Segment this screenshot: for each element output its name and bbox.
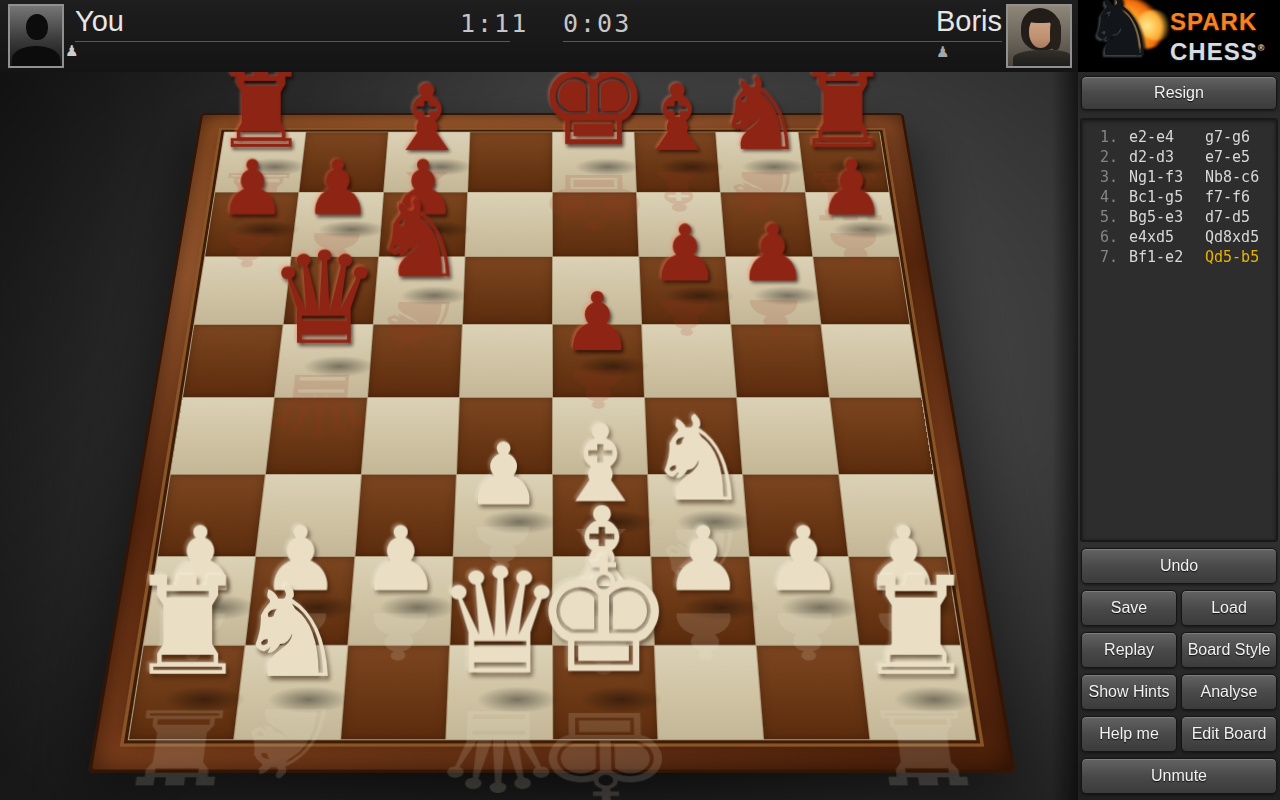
square-h7[interactable]: ♟♟ <box>805 193 898 256</box>
square-g8[interactable]: ♞♞ <box>716 132 804 192</box>
piece-white-pawn[interactable]: ♟ <box>663 514 743 603</box>
piece-red-knight[interactable]: ♞ <box>372 186 468 293</box>
move-number: 4. <box>1094 187 1118 207</box>
player-divider-left <box>75 41 510 42</box>
move-number: 5. <box>1094 207 1118 227</box>
move-list: 1.e2-e4g7-g62.d2-d3e7-e53.Ng1-f3Nb8-c64.… <box>1080 118 1278 542</box>
square-d6[interactable] <box>463 257 552 324</box>
chess-board[interactable]: ♜♜♝♝♚♚♝♝♞♞♜♜♟♟♟♟♟♟♟♟♞♞♟♟♟♟♛♛♟♟♟♟♝♝♞♞♟♟♟♟… <box>128 132 977 741</box>
sidebar: ♞ SPARK CHESS® Resign 1.e2-e4g7-g62.d2-d… <box>1078 0 1280 800</box>
square-e5[interactable]: ♟♟ <box>552 325 643 397</box>
white-move: e2-e4 <box>1129 127 1205 147</box>
piece-reflection: ♛ <box>256 362 381 447</box>
black-move: Nb8-c6 <box>1205 167 1259 187</box>
square-a1[interactable]: ♜♜ <box>129 645 245 739</box>
black-move: f7-f6 <box>1205 187 1250 207</box>
square-h5[interactable] <box>821 325 921 397</box>
move-number: 3. <box>1094 167 1118 187</box>
square-h1[interactable]: ♜♜ <box>859 645 975 739</box>
player-clock-boris: 0:03 <box>563 9 631 38</box>
move-row: 7.Bf1-e2Qd5-b5 <box>1094 247 1276 267</box>
square-f6[interactable]: ♟♟ <box>639 257 730 324</box>
help-me-button[interactable]: Help me <box>1081 716 1177 752</box>
square-g2[interactable]: ♟♟ <box>750 557 858 644</box>
piece-red-pawn[interactable]: ♟ <box>649 214 719 292</box>
piece-reflection: ♞ <box>223 695 348 791</box>
move-number: 1. <box>1094 127 1118 147</box>
move-row: 5.Bg5-e3d7-d5 <box>1094 207 1276 227</box>
move-number: 7. <box>1094 247 1118 267</box>
white-move: Bc1-g5 <box>1129 187 1205 207</box>
boris-hair-side <box>1050 18 1061 50</box>
knight-horse-icon: ♞ <box>1084 0 1158 68</box>
black-move: Qd8xd5 <box>1205 227 1259 247</box>
square-b1[interactable]: ♞♞ <box>235 645 347 739</box>
piece-red-queen[interactable]: ♛ <box>267 235 382 363</box>
piece-reflection: ♟ <box>763 603 850 667</box>
black-move: Qd5-b5 <box>1205 247 1259 267</box>
piece-reflection: ♚ <box>532 695 680 800</box>
square-d5[interactable] <box>460 325 551 397</box>
top-bar: You ♟ 1:11 0:03 ♟ Boris <box>0 0 1078 72</box>
unmute-button[interactable]: Unmute <box>1081 758 1277 794</box>
piece-white-knight[interactable]: ♞ <box>235 569 348 695</box>
white-pawn-icon: ♟ <box>65 44 78 59</box>
piece-white-pawn[interactable]: ♟ <box>763 514 843 603</box>
white-move: Ng1-f3 <box>1129 167 1205 187</box>
piece-white-rook[interactable]: ♜ <box>856 560 977 695</box>
registered-mark: ® <box>1258 43 1265 53</box>
load-button[interactable]: Load <box>1181 590 1277 626</box>
replay-button[interactable]: Replay <box>1081 632 1177 668</box>
square-e8[interactable]: ♚♚ <box>552 132 635 192</box>
analyse-button[interactable]: Analyse <box>1181 674 1277 710</box>
move-row: 2.d2-d3e7-e5 <box>1094 147 1276 167</box>
boris-shoulders <box>1013 50 1071 68</box>
white-move: d2-d3 <box>1129 147 1205 167</box>
brand-chess: CHESS® <box>1170 35 1264 65</box>
piece-white-pawn[interactable]: ♟ <box>361 514 441 603</box>
boris-pawn-icon: ♟ <box>936 45 949 60</box>
edit-board-button[interactable]: Edit Board <box>1181 716 1277 752</box>
piece-reflection: ♜ <box>856 695 994 798</box>
square-g4[interactable] <box>737 397 837 473</box>
square-b5[interactable]: ♛♛ <box>275 325 372 397</box>
brand-text: SPARK CHESS® <box>1170 9 1264 65</box>
board-style-button[interactable]: Board Style <box>1181 632 1277 668</box>
square-h4[interactable] <box>830 397 933 473</box>
move-number: 2. <box>1094 147 1118 167</box>
black-move: g7-g6 <box>1205 127 1250 147</box>
move-row: 3.Ng1-f3Nb8-c6 <box>1094 167 1276 187</box>
avatar-you <box>8 4 64 68</box>
piece-red-pawn[interactable]: ♟ <box>818 150 886 226</box>
piece-reflection: ♟ <box>818 226 893 273</box>
piece-red-bishop[interactable]: ♝ <box>636 72 718 164</box>
player-divider-right <box>563 41 1002 42</box>
piece-reflection: ♟ <box>649 292 723 342</box>
board-area: ♜♜♝♝♚♚♝♝♞♞♜♜♟♟♟♟♟♟♟♟♞♞♟♟♟♟♛♛♟♟♟♟♝♝♞♞♟♟♟♟… <box>0 72 1078 800</box>
board-grid[interactable]: ♜♜♝♝♚♚♝♝♞♞♜♜♟♟♟♟♟♟♟♟♞♞♟♟♟♟♛♛♟♟♟♟♝♝♞♞♟♟♟♟… <box>128 132 977 741</box>
avatar-silhouette-body-icon <box>12 46 60 68</box>
piece-white-king[interactable]: ♚ <box>533 537 675 695</box>
square-g6[interactable]: ♟♟ <box>726 257 820 324</box>
piece-reflection: ♟ <box>738 292 814 342</box>
undo-button[interactable]: Undo <box>1081 548 1277 584</box>
piece-white-knight[interactable]: ♞ <box>645 400 751 518</box>
player-name-boris: Boris <box>936 5 1002 38</box>
piece-white-rook[interactable]: ♜ <box>127 560 248 695</box>
white-move: Bg5-e3 <box>1129 207 1205 227</box>
player-clock-you: 1:11 <box>460 9 528 38</box>
white-move: e4xd5 <box>1129 227 1205 247</box>
piece-reflection: ♟ <box>663 603 748 667</box>
sparkchess-logo: ♞ SPARK CHESS® <box>1078 0 1280 72</box>
piece-red-pawn[interactable]: ♟ <box>738 214 808 292</box>
square-e1[interactable]: ♚♚ <box>553 645 658 739</box>
white-move: Bf1-e2 <box>1129 247 1205 267</box>
move-row: 4.Bc1-g5f7-f6 <box>1094 187 1276 207</box>
avatar-silhouette-head-icon <box>26 14 48 40</box>
piece-reflection: ♟ <box>356 603 441 667</box>
piece-red-pawn[interactable]: ♟ <box>561 282 633 363</box>
save-button[interactable]: Save <box>1081 590 1177 626</box>
piece-white-pawn[interactable]: ♟ <box>465 432 542 518</box>
show-hints-button[interactable]: Show Hints <box>1081 674 1177 710</box>
square-f8[interactable]: ♝♝ <box>634 132 720 192</box>
player-name-you: You <box>75 5 124 38</box>
sparkchess-app: ♜♜♝♝♚♚♝♝♞♞♜♜♟♟♟♟♟♟♟♟♞♞♟♟♟♟♛♛♟♟♟♟♝♝♞♞♟♟♟♟… <box>0 0 1280 800</box>
piece-red-pawn[interactable]: ♟ <box>304 150 372 226</box>
brand-spark: SPARK <box>1170 9 1264 35</box>
black-move: d7-d5 <box>1205 207 1250 227</box>
black-move: e7-e5 <box>1205 147 1250 167</box>
move-row: 6.e4xd5Qd8xd5 <box>1094 227 1276 247</box>
resign-button[interactable]: Resign <box>1081 76 1277 110</box>
piece-red-knight[interactable]: ♞ <box>715 63 805 164</box>
piece-red-pawn[interactable]: ♟ <box>218 150 286 226</box>
avatar-boris <box>1006 4 1072 68</box>
square-c6[interactable]: ♞♞ <box>373 257 464 324</box>
move-row: 1.e2-e4g7-g6 <box>1094 127 1276 147</box>
move-number: 6. <box>1094 227 1118 247</box>
